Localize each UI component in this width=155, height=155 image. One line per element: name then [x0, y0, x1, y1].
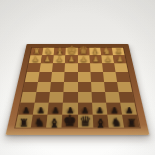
square-f7[interactable]: ♟ — [48, 103, 63, 115]
white-pawn[interactable]: ♟ — [68, 57, 75, 64]
white-pawn[interactable]: ♟ — [105, 57, 112, 64]
black-king[interactable]: ♚ — [63, 113, 77, 128]
square-h4[interactable] — [25, 72, 40, 81]
square-f4[interactable] — [51, 72, 65, 81]
square-a4[interactable] — [115, 72, 130, 81]
square-d5[interactable] — [78, 82, 92, 92]
black-rook[interactable]: ♜ — [18, 118, 28, 129]
white-pawn[interactable]: ♟ — [44, 57, 51, 64]
square-c7[interactable]: ♟ — [92, 103, 107, 115]
square-f8[interactable]: ♝ — [47, 115, 63, 128]
black-rook[interactable]: ♜ — [127, 118, 137, 129]
square-f6[interactable] — [49, 92, 64, 103]
square-e5[interactable] — [64, 82, 78, 92]
square-d6[interactable] — [78, 92, 92, 103]
square-g3[interactable] — [40, 63, 54, 72]
black-pawn[interactable]: ♟ — [125, 106, 133, 115]
square-c3[interactable] — [90, 63, 103, 72]
board-grid: ♜♞♝♚♛♝♞♜♟♟♟♟♟♟♟♟♟♟♟♟♟♟♟♟♜♞♝♚♛♝♞♜ — [16, 48, 140, 128]
white-pawn[interactable]: ♟ — [92, 57, 99, 64]
square-f2[interactable]: ♟ — [53, 55, 66, 63]
black-pawn[interactable]: ♟ — [51, 106, 59, 115]
square-g8[interactable]: ♞ — [31, 115, 48, 128]
white-pawn[interactable]: ♟ — [31, 57, 38, 64]
photo-background: ♜♞♝♚♛♝♞♜♟♟♟♟♟♟♟♟♟♟♟♟♟♟♟♟♜♞♝♚♛♝♞♜ — [0, 0, 155, 155]
white-pawn[interactable]: ♟ — [117, 57, 124, 64]
square-e6[interactable] — [63, 92, 77, 103]
board-scene: ♜♞♝♚♛♝♞♜♟♟♟♟♟♟♟♟♟♟♟♟♟♟♟♟♜♞♝♚♛♝♞♜ — [18, 22, 137, 141]
square-a5[interactable] — [117, 82, 132, 92]
square-g1[interactable]: ♞ — [42, 48, 55, 56]
square-g4[interactable] — [38, 72, 52, 81]
square-d4[interactable] — [78, 72, 91, 81]
square-b4[interactable] — [103, 72, 117, 81]
square-f3[interactable] — [52, 63, 65, 72]
black-bishop[interactable]: ♝ — [49, 116, 60, 128]
white-pawn[interactable]: ♟ — [80, 57, 87, 64]
white-bishop[interactable]: ♝ — [91, 46, 99, 55]
black-pawn[interactable]: ♟ — [21, 106, 29, 115]
square-d2[interactable]: ♟ — [78, 55, 90, 63]
black-queen[interactable]: ♛ — [79, 115, 91, 129]
square-f1[interactable]: ♝ — [54, 48, 66, 56]
square-c2[interactable]: ♟ — [89, 55, 102, 63]
square-e1[interactable]: ♚ — [66, 48, 78, 56]
square-c1[interactable]: ♝ — [89, 48, 101, 56]
square-c6[interactable] — [91, 92, 106, 103]
white-king[interactable]: ♚ — [66, 44, 76, 56]
square-d1[interactable]: ♛ — [78, 48, 90, 56]
square-d3[interactable] — [78, 63, 91, 72]
square-h5[interactable] — [23, 82, 38, 92]
black-knight[interactable]: ♞ — [33, 117, 44, 129]
square-a1[interactable]: ♜ — [112, 48, 125, 56]
square-e4[interactable] — [64, 72, 77, 81]
black-bishop[interactable]: ♝ — [95, 116, 106, 128]
black-pawn[interactable]: ♟ — [36, 106, 44, 115]
square-c8[interactable]: ♝ — [92, 115, 108, 128]
chessboard[interactable]: ♜♞♝♚♛♝♞♜♟♟♟♟♟♟♟♟♟♟♟♟♟♟♟♟♜♞♝♚♛♝♞♜ — [6, 44, 150, 135]
square-c5[interactable] — [91, 82, 105, 92]
square-e8[interactable]: ♚ — [62, 115, 77, 128]
square-a8[interactable]: ♜ — [122, 115, 139, 128]
white-queen[interactable]: ♛ — [79, 46, 88, 56]
square-a6[interactable] — [118, 92, 134, 103]
square-e3[interactable] — [65, 63, 78, 72]
black-pawn[interactable]: ♟ — [96, 106, 104, 115]
black-pawn[interactable]: ♟ — [111, 106, 119, 115]
black-knight[interactable]: ♞ — [111, 117, 122, 129]
square-a7[interactable]: ♟ — [120, 103, 137, 115]
white-bishop[interactable]: ♝ — [56, 46, 64, 55]
square-d8[interactable]: ♛ — [78, 115, 93, 128]
square-g2[interactable]: ♟ — [41, 55, 54, 63]
square-e2[interactable]: ♟ — [65, 55, 77, 63]
square-c4[interactable] — [90, 72, 104, 81]
white-pawn[interactable]: ♟ — [56, 57, 63, 64]
square-g7[interactable]: ♟ — [33, 103, 49, 115]
square-f5[interactable] — [50, 82, 64, 92]
square-g6[interactable] — [35, 92, 50, 103]
square-a3[interactable] — [114, 63, 128, 72]
square-g5[interactable] — [37, 82, 52, 92]
square-a2[interactable]: ♟ — [113, 55, 126, 63]
